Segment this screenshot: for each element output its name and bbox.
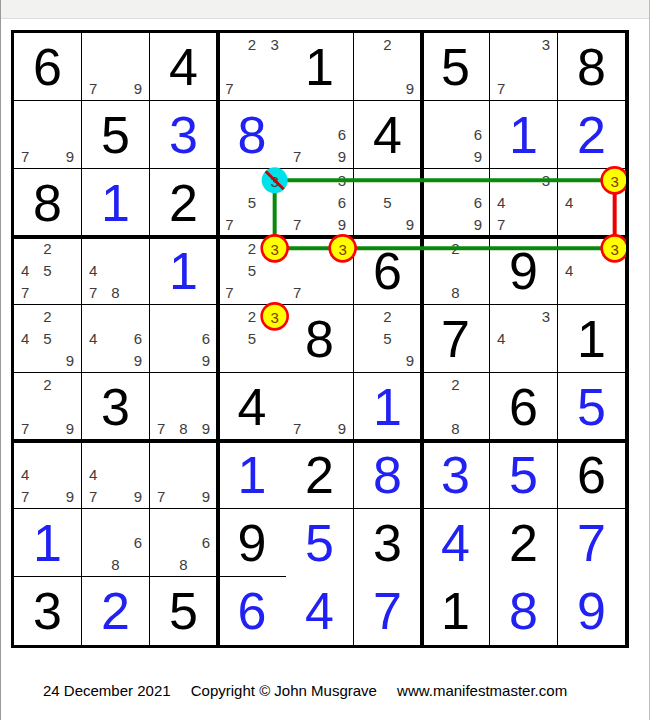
candidate-6: 6 [195,531,217,553]
candidate-7: 7 [14,146,36,168]
solved-digit: 4 [286,577,353,645]
candidate-marks: 68 [82,509,149,576]
candidate-marks: 79 [286,373,353,440]
given-digit: 2 [286,441,353,508]
solved-digit: 2 [82,577,149,645]
candidate-2: 2 [444,237,466,259]
candidate-marks: 478 [82,237,149,304]
candidate-marks: 469 [82,305,149,372]
given-digit: 5 [422,33,489,100]
candidate-marks: 2459 [14,305,81,372]
candidate-6: 6 [195,327,217,349]
candidate-4: 4 [558,191,580,213]
cell-r1c2[interactable]: 79 [82,33,150,101]
cell-r8c1[interactable]: 1 [14,509,82,577]
solved-digit: 3 [150,101,217,168]
candidate-9: 9 [127,486,149,508]
cell-r9c7[interactable]: 1 [422,577,490,645]
given-digit: 4 [150,33,217,100]
cell-r8c6[interactable]: 3 [354,509,422,577]
candidate-marks: 68 [150,509,217,576]
cell-r1c8[interactable]: 37 [490,33,558,101]
candidate-9: 9 [127,350,149,372]
candidate-5: 5 [376,191,398,213]
given-digit: 4 [218,373,286,440]
candidate-9: 9 [399,78,421,100]
given-digit: 3 [354,509,421,577]
cell-r6c2[interactable]: 3 [82,373,150,441]
cell-r1c1[interactable]: 6 [14,33,82,101]
candidate-9: 9 [195,418,217,440]
given-digit: 5 [150,577,217,645]
candidate-8: 8 [444,418,466,440]
cell-r8c5[interactable]: 5 [286,509,354,577]
candidate-marks: 237 [218,33,286,100]
solved-digit: 5 [490,441,557,508]
candidate-9: 9 [195,486,217,508]
top-toolbar-strip [1,0,649,19]
candidate-marks: 25 [218,305,286,372]
solved-digit: 1 [150,237,217,304]
cell-r1c7[interactable]: 5 [422,33,490,101]
cell-r5c7[interactable]: 7 [422,305,490,373]
given-digit: 1 [558,305,625,372]
candidate-7: 7 [82,282,104,304]
solved-digit: 1 [490,101,557,168]
candidate-2: 2 [36,305,58,327]
cell-r3c9[interactable]: 4 [558,169,626,237]
candidate-marks: 7 [286,237,353,304]
solved-digit: 2 [558,101,625,168]
candidate-9: 9 [59,146,81,168]
cell-r5c5[interactable]: 8 [286,305,354,373]
candidate-3: 3 [331,169,353,191]
given-digit: 3 [82,373,149,440]
cell-r7c9[interactable]: 6 [558,441,626,509]
candidate-7: 7 [82,78,104,100]
candidate-marks: 279 [14,373,81,440]
candidate-4: 4 [14,327,36,349]
candidate-4: 4 [14,259,36,281]
footer-copyright: Copyright © John Musgrave [191,682,377,699]
candidate-7: 7 [82,486,104,508]
cell-r4c1[interactable]: 2457 [14,237,82,305]
candidate-8: 8 [444,282,466,304]
candidate-3: 3 [535,305,557,327]
candidate-5: 5 [36,327,58,349]
candidate-marks: 479 [82,441,149,508]
candidate-7: 7 [286,214,308,236]
solved-digit: 1 [82,169,149,236]
solved-digit: 7 [354,577,421,645]
candidate-9: 9 [59,418,81,440]
sudoku-page: { "game": "sudoku", "footer": { "date": … [0,0,650,720]
candidate-marks: 2457 [14,237,81,304]
candidate-7: 7 [218,282,241,304]
cell-r7c1[interactable]: 479 [14,441,82,509]
candidate-9: 9 [399,214,421,236]
candidate-4: 4 [558,259,580,281]
solved-digit: 4 [422,509,489,577]
given-digit: 2 [490,509,557,577]
candidate-4: 4 [490,191,512,213]
given-digit: 6 [490,373,557,440]
candidate-9: 9 [195,350,217,372]
candidate-marks: 259 [354,305,421,372]
candidate-marks: 79 [82,33,149,100]
cell-r1c4[interactable]: 237 [218,33,286,101]
candidate-marks: 79 [150,441,217,508]
given-digit: 6 [14,33,81,100]
candidate-2: 2 [36,237,58,259]
box-divider-vertical-1 [216,33,220,645]
cell-r4c2[interactable]: 478 [82,237,150,305]
solved-digit: 8 [490,577,557,645]
candidate-6: 6 [331,123,353,145]
cell-r8c4[interactable]: 9 [218,509,286,577]
cell-r5c3[interactable]: 69 [150,305,218,373]
candidate-marks: 3679 [286,169,353,236]
cell-r4c3[interactable]: 1 [150,237,218,305]
solved-digit: 8 [218,101,286,168]
solved-digit: 1 [354,373,421,440]
candidate-marks: 257 [218,237,286,304]
cell-r8c8[interactable]: 2 [490,509,558,577]
candidate-marks: 69 [150,305,217,372]
candidate-5: 5 [241,327,264,349]
cell-r5c2[interactable]: 469 [82,305,150,373]
candidate-7: 7 [490,214,512,236]
candidate-7: 7 [218,214,241,236]
solved-digit: 5 [558,373,625,440]
cell-r4c5[interactable]: 7 [286,237,354,305]
candidate-9: 9 [331,214,353,236]
cell-r5c6[interactable]: 259 [354,305,422,373]
cell-r3c4[interactable]: 57 [218,169,286,237]
candidate-4: 4 [82,327,104,349]
candidate-marks: 79 [14,101,81,168]
candidate-7: 7 [286,282,308,304]
candidate-2: 2 [241,237,264,259]
candidate-5: 5 [241,191,264,213]
cell-r6c9[interactable]: 5 [558,373,626,441]
cell-r1c9[interactable]: 8 [558,33,626,101]
sudoku-board: 333333 679423712953787953867946912812573… [11,30,629,648]
cell-r5c9[interactable]: 1 [558,305,626,373]
candidate-6: 6 [127,327,149,349]
candidate-7: 7 [218,78,241,100]
candidate-4: 4 [82,259,104,281]
cell-r2c5[interactable]: 679 [286,101,354,169]
cell-r3c7[interactable]: 69 [422,169,490,237]
candidate-5: 5 [241,259,264,281]
given-digit: 3 [14,577,81,645]
cell-r3c8[interactable]: 347 [490,169,558,237]
candidate-9: 9 [331,146,353,168]
cell-r2c2[interactable]: 5 [82,101,150,169]
candidate-marks: 479 [14,441,81,508]
cell-r9c9[interactable]: 9 [558,577,626,645]
cell-r6c8[interactable]: 6 [490,373,558,441]
solved-digit: 1 [14,509,81,576]
candidate-4: 4 [490,327,512,349]
cell-r5c1[interactable]: 2459 [14,305,82,373]
solved-digit: 3 [422,441,489,508]
candidate-6: 6 [467,123,489,145]
solved-digit: 6 [218,577,286,645]
cell-r4c8[interactable]: 9 [490,237,558,305]
candidate-2: 2 [376,305,398,327]
box-divider-horizontal-2 [14,439,626,443]
candidate-marks: 4 [558,237,625,304]
candidate-8: 8 [104,282,126,304]
cell-r8c7[interactable]: 4 [422,509,490,577]
sudoku-grid: 333333 679423712953787953867946912812573… [14,33,626,645]
cell-r4c7[interactable]: 28 [422,237,490,305]
given-digit: 7 [422,305,489,372]
cell-r4c4[interactable]: 257 [218,237,286,305]
cell-r1c5[interactable]: 1 [286,33,354,101]
cell-r5c8[interactable]: 34 [490,305,558,373]
candidate-6: 6 [467,191,489,213]
candidate-marks: 37 [490,33,557,100]
cell-r6c5[interactable]: 79 [286,373,354,441]
cell-r8c3[interactable]: 68 [150,509,218,577]
given-digit: 8 [558,33,625,100]
given-digit: 2 [150,169,217,236]
cell-r9c8[interactable]: 8 [490,577,558,645]
candidate-marks: 29 [354,33,421,100]
cell-r9c3[interactable]: 5 [150,577,218,645]
candidate-5: 5 [376,327,398,349]
candidate-9: 9 [331,418,353,440]
candidate-2: 2 [241,305,264,327]
cell-r8c2[interactable]: 68 [82,509,150,577]
cell-r2c1[interactable]: 79 [14,101,82,169]
cell-r7c8[interactable]: 5 [490,441,558,509]
candidate-2: 2 [241,33,264,55]
candidate-marks: 28 [422,373,489,440]
candidate-marks: 57 [218,169,286,236]
candidate-marks: 34 [490,305,557,372]
candidate-7: 7 [150,486,172,508]
candidate-7: 7 [150,418,172,440]
candidate-6: 6 [331,191,353,213]
candidate-marks: 59 [354,169,421,236]
cell-r1c3[interactable]: 4 [150,33,218,101]
cell-r3c3[interactable]: 2 [150,169,218,237]
cell-r2c9[interactable]: 2 [558,101,626,169]
candidate-2: 2 [376,33,398,55]
candidate-7: 7 [14,418,36,440]
given-digit: 9 [490,237,557,304]
given-digit: 1 [422,577,489,645]
candidate-3: 3 [263,33,286,55]
candidate-3: 3 [535,169,557,191]
cell-r7c7[interactable]: 3 [422,441,490,509]
cell-r9c6[interactable]: 7 [354,577,422,645]
given-digit: 6 [354,237,421,304]
given-digit: 8 [286,305,353,372]
candidate-4: 4 [14,463,36,485]
given-digit: 6 [558,441,625,508]
candidate-5: 5 [36,259,58,281]
cell-r2c4[interactable]: 8 [218,101,286,169]
candidate-7: 7 [14,486,36,508]
cell-r7c2[interactable]: 479 [82,441,150,509]
cell-r9c2[interactable]: 2 [82,577,150,645]
cell-r4c9[interactable]: 4 [558,237,626,305]
cell-r1c6[interactable]: 29 [354,33,422,101]
candidate-3: 3 [535,33,557,55]
cell-r8c9[interactable]: 7 [558,509,626,577]
cell-r6c1[interactable]: 279 [14,373,82,441]
candidate-7: 7 [14,282,36,304]
candidate-7: 7 [286,146,308,168]
cell-r3c6[interactable]: 59 [354,169,422,237]
cell-r6c3[interactable]: 789 [150,373,218,441]
solved-digit: 9 [558,577,625,645]
given-digit: 9 [218,509,286,576]
candidate-8: 8 [172,418,194,440]
candidate-9: 9 [59,350,81,372]
given-digit: 1 [286,33,353,100]
footer-date: 24 December 2021 [43,682,171,699]
cell-r6c6[interactable]: 1 [354,373,422,441]
cell-r3c2[interactable]: 1 [82,169,150,237]
candidate-6: 6 [127,531,149,553]
cell-r3c5[interactable]: 3679 [286,169,354,237]
cell-r7c3[interactable]: 79 [150,441,218,509]
candidate-marks: 69 [422,101,489,168]
footer-caption: 24 December 2021 Copyright © John Musgra… [43,682,583,699]
candidate-2: 2 [36,373,58,395]
candidate-marks: 789 [150,373,217,440]
cell-r4c6[interactable]: 6 [354,237,422,305]
cell-r9c5[interactable]: 4 [286,577,354,645]
given-digit: 5 [82,101,149,168]
box-divider-vertical-2 [420,33,424,645]
candidate-9: 9 [467,214,489,236]
candidate-9: 9 [127,78,149,100]
solved-digit: 7 [558,509,625,577]
candidate-4: 4 [82,463,104,485]
candidate-9: 9 [399,350,421,372]
cell-r2c3[interactable]: 3 [150,101,218,169]
candidate-7: 7 [490,78,512,100]
candidate-9: 9 [467,146,489,168]
solved-digit: 5 [286,509,353,577]
candidate-marks: 28 [422,237,489,304]
cell-r9c4[interactable]: 6 [218,577,286,645]
candidate-marks: 347 [490,169,557,236]
cell-r7c5[interactable]: 2 [286,441,354,509]
cell-r2c7[interactable]: 69 [422,101,490,169]
cell-r9c1[interactable]: 3 [14,577,82,645]
cell-r6c4[interactable]: 4 [218,373,286,441]
candidate-8: 8 [104,554,126,576]
cell-r2c8[interactable]: 1 [490,101,558,169]
box-divider-horizontal-1 [14,235,626,239]
cell-r7c6[interactable]: 8 [354,441,422,509]
candidate-8: 8 [172,554,194,576]
candidate-2: 2 [444,373,466,395]
cell-r6c7[interactable]: 28 [422,373,490,441]
footer-website: www.manifestmaster.com [397,682,567,699]
candidate-marks: 69 [422,169,489,236]
given-digit: 8 [14,169,81,236]
cell-r3c1[interactable]: 8 [14,169,82,237]
cell-r5c4[interactable]: 25 [218,305,286,373]
given-digit: 4 [354,101,421,168]
candidate-marks: 4 [558,169,625,236]
candidate-9: 9 [59,486,81,508]
candidate-7: 7 [286,418,308,440]
solved-digit: 8 [354,441,421,508]
solved-digit: 1 [218,441,286,508]
cell-r7c4[interactable]: 1 [218,441,286,509]
cell-r2c6[interactable]: 4 [354,101,422,169]
candidate-marks: 679 [286,101,353,168]
